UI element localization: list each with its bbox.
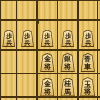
- piece-kanji: 兵: [44, 40, 50, 47]
- piece-face: 香車: [81, 54, 94, 71]
- piece-kanji: 馬: [64, 89, 71, 97]
- piece-kanji: 兵: [6, 40, 12, 47]
- piece-face: 銀将: [61, 54, 74, 71]
- piece-kanji: 将: [84, 88, 91, 96]
- piece-kanji: 将: [44, 89, 51, 97]
- piece-kanji: 兵: [25, 40, 31, 47]
- grid-line-horizontal: [0, 73, 100, 74]
- piece-kanji: 兵: [85, 40, 91, 47]
- piece-kanji: 兵: [65, 40, 71, 47]
- piece-face: 桂馬: [61, 78, 74, 95]
- piece-face: 金将: [41, 54, 54, 71]
- piece-face: 玉将: [81, 78, 95, 96]
- grid-line-horizontal: [0, 0, 100, 1]
- piece-face: 歩兵: [82, 30, 94, 46]
- piece-face: 金将: [41, 78, 54, 95]
- piece-face: 歩兵: [62, 30, 74, 46]
- piece-kanji: 車: [84, 64, 91, 72]
- piece-face: 歩兵: [3, 30, 15, 46]
- grid-line-horizontal: [0, 49, 100, 50]
- piece-kanji: 将: [44, 64, 51, 72]
- shogi-board: 歩兵歩兵歩兵歩兵歩兵金将銀将香車金将桂馬玉将: [0, 0, 100, 100]
- star-point: [36, 20, 39, 23]
- piece-face: 歩兵: [22, 30, 34, 46]
- piece-kanji: 将: [64, 64, 71, 72]
- piece-face: 歩兵: [41, 30, 53, 46]
- grid-line-horizontal: [0, 19, 100, 20]
- grid-line-horizontal: [0, 96, 100, 97]
